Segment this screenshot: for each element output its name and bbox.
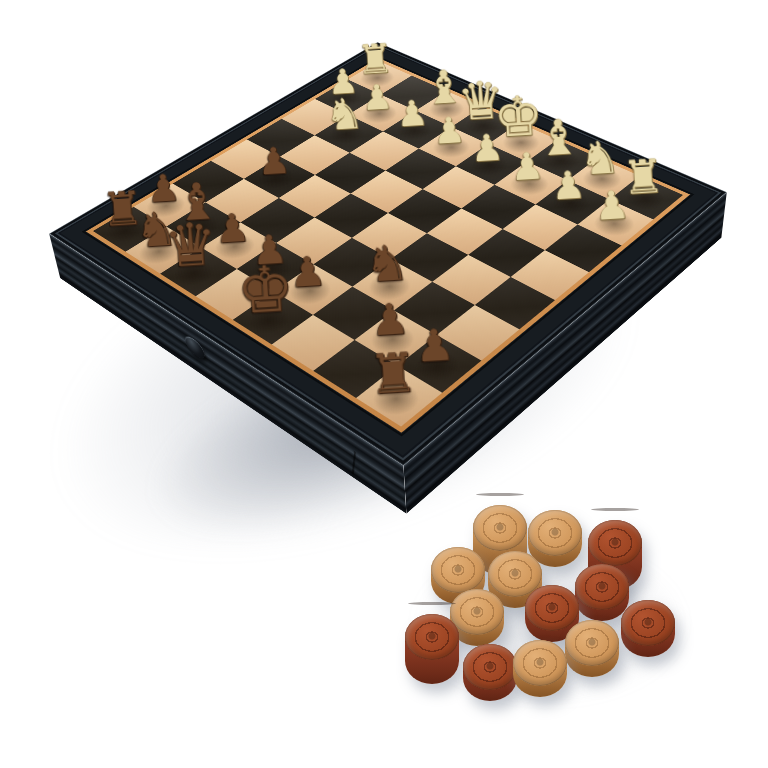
checker-stack-seam [408, 602, 456, 605]
piece-brown-king-e8[interactable]: ♚ [228, 238, 303, 323]
piece-brown-rook-h8[interactable]: ♜ [352, 311, 433, 403]
checker-top-face [463, 644, 517, 690]
checker-top-face [405, 614, 459, 660]
checker-top-face [588, 520, 642, 566]
drawer-seam [352, 451, 356, 475]
piece-white-pawn-h2[interactable]: ♟ [576, 147, 646, 227]
checker-stack-seam [591, 508, 639, 511]
checker-top-face [431, 547, 485, 593]
checker-top-face [575, 564, 629, 610]
drawer-knob[interactable] [184, 333, 206, 363]
chess-board[interactable]: ♜♞♝♛♚♝♞♜♟♟♟♟♟♟♟♟♜♞♛♚♜♝♟♟♟♟♟♟♞♟ [49, 42, 727, 466]
chess-case-scene: ♜♞♝♛♚♝♞♜♟♟♟♟♟♟♟♟♜♞♛♚♜♝♟♟♟♟♟♟♞♟ [134, 0, 642, 467]
checker-top-face [473, 505, 527, 551]
checker-top-face [525, 585, 579, 631]
piece-brown-queen-c8[interactable]: ♛ [154, 195, 226, 276]
checker-top-face [528, 510, 582, 556]
checker-top-face [450, 589, 504, 635]
checker-stack-seam [476, 493, 524, 496]
checker-top-face [513, 640, 567, 686]
checker-top-face [621, 600, 675, 646]
product-photo: Product photo: deluxe black and tan wood… [0, 0, 768, 768]
checker-top-face [565, 620, 619, 666]
